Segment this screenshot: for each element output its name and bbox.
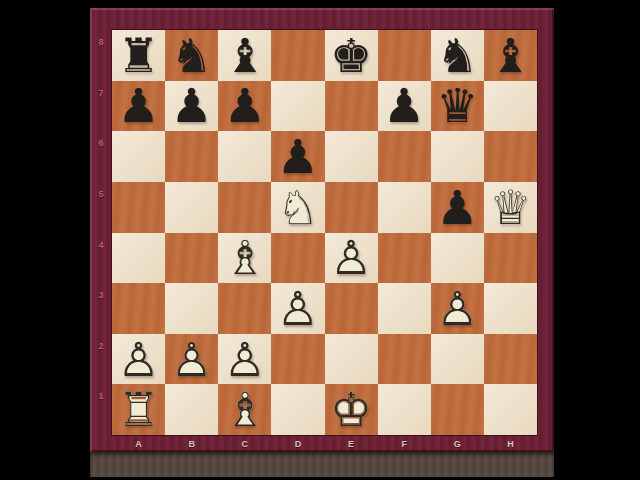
square-b8[interactable]: ♞ [165,30,218,81]
square-f2[interactable] [378,334,431,385]
square-c3[interactable] [218,283,271,334]
square-b6[interactable] [165,131,218,182]
piece-white-pawn-d3[interactable]: ♟♙ [271,283,324,334]
piece-white-rook-a1[interactable]: ♜♖ [112,384,165,435]
square-a1[interactable]: ♜♖ [112,384,165,435]
square-f1[interactable] [378,384,431,435]
square-h1[interactable] [484,384,537,435]
square-e6[interactable] [325,131,378,182]
square-e4[interactable]: ♟♙ [325,233,378,284]
piece-outline-glyph: ♗ [224,386,266,433]
piece-black-king-e8[interactable]: ♚ [325,30,378,81]
file-label-f: F [378,435,431,452]
piece-black-knight-g8[interactable]: ♞ [431,30,484,81]
square-c6[interactable] [218,131,271,182]
rank-label-3: 3 [90,283,112,334]
square-d1[interactable] [271,384,324,435]
file-label-a: A [112,435,165,452]
piece-black-queen-g7[interactable]: ♛ [431,81,484,132]
square-d4[interactable] [271,233,324,284]
piece-outline-glyph: ♙ [224,336,266,383]
square-d7[interactable] [271,81,324,132]
piece-black-pawn-d6[interactable]: ♟ [271,131,324,182]
file-label-e: E [325,435,378,452]
rank-label-7: 7 [90,81,112,132]
square-b4[interactable] [165,233,218,284]
piece-white-queen-h5[interactable]: ♛♕ [484,182,537,233]
piece-black-bishop-h8[interactable]: ♝ [484,30,537,81]
chessboard-assembly: 87654321 ABCDEFGH ♜♞♝♚♞♝♟♟♟♟♛♟♞♘♟♛♕♝♗♟♙♟… [90,8,554,477]
square-d8[interactable] [271,30,324,81]
square-f4[interactable] [378,233,431,284]
square-f7[interactable]: ♟ [378,81,431,132]
piece-black-knight-b8[interactable]: ♞ [165,30,218,81]
square-g1[interactable] [431,384,484,435]
rank-label-8: 8 [90,30,112,81]
square-g4[interactable] [431,233,484,284]
square-b5[interactable] [165,182,218,233]
square-e7[interactable] [325,81,378,132]
piece-white-bishop-c4[interactable]: ♝♗ [218,233,271,284]
square-a5[interactable] [112,182,165,233]
file-labels: ABCDEFGH [112,435,537,452]
piece-black-pawn-g5[interactable]: ♟ [431,182,484,233]
piece-white-pawn-g3[interactable]: ♟♙ [431,283,484,334]
chess-board: ♜♞♝♚♞♝♟♟♟♟♛♟♞♘♟♛♕♝♗♟♙♟♙♟♙♟♙♟♙♟♙♜♖♝♗♚♔ [112,30,537,435]
rank-label-1: 1 [90,384,112,435]
square-a4[interactable] [112,233,165,284]
square-g6[interactable] [431,131,484,182]
piece-black-pawn-b7[interactable]: ♟ [165,81,218,132]
square-b7[interactable]: ♟ [165,81,218,132]
file-label-h: H [484,435,537,452]
piece-outline-glyph: ♙ [436,285,478,332]
square-c2[interactable]: ♟♙ [218,334,271,385]
square-b2[interactable]: ♟♙ [165,334,218,385]
square-h2[interactable] [484,334,537,385]
video-frame: { "game": "chess", "position": { "fen": … [0,0,640,480]
square-d5[interactable]: ♞♘ [271,182,324,233]
piece-black-pawn-f7[interactable]: ♟ [378,81,431,132]
square-h3[interactable] [484,283,537,334]
piece-black-pawn-a7[interactable]: ♟ [112,81,165,132]
file-label-c: C [218,435,271,452]
piece-outline-glyph: ♘ [277,184,319,231]
rank-label-4: 4 [90,233,112,284]
square-c1[interactable]: ♝♗ [218,384,271,435]
piece-outline-glyph: ♔ [330,386,372,433]
square-h5[interactable]: ♛♕ [484,182,537,233]
square-g5[interactable]: ♟ [431,182,484,233]
square-a2[interactable]: ♟♙ [112,334,165,385]
square-c4[interactable]: ♝♗ [218,233,271,284]
piece-white-bishop-c1[interactable]: ♝♗ [218,384,271,435]
piece-outline-glyph: ♙ [277,285,319,332]
square-f8[interactable] [378,30,431,81]
file-label-d: D [271,435,324,452]
square-d2[interactable] [271,334,324,385]
table-surface [90,452,554,477]
square-e3[interactable] [325,283,378,334]
square-g7[interactable]: ♛ [431,81,484,132]
square-e2[interactable] [325,334,378,385]
square-a6[interactable] [112,131,165,182]
square-e8[interactable]: ♚ [325,30,378,81]
rank-label-5: 5 [90,182,112,233]
piece-white-king-e1[interactable]: ♚♔ [325,384,378,435]
square-a3[interactable] [112,283,165,334]
piece-black-rook-a8[interactable]: ♜ [112,30,165,81]
rank-labels: 87654321 [90,30,112,435]
square-f5[interactable] [378,182,431,233]
square-h4[interactable] [484,233,537,284]
piece-outline-glyph: ♙ [330,234,372,281]
piece-white-pawn-b2[interactable]: ♟♙ [165,334,218,385]
piece-black-bishop-c8[interactable]: ♝ [218,30,271,81]
file-label-g: G [431,435,484,452]
piece-white-pawn-e4[interactable]: ♟♙ [325,233,378,284]
piece-outline-glyph: ♙ [117,336,159,383]
rank-label-2: 2 [90,334,112,385]
piece-white-pawn-a2[interactable]: ♟♙ [112,334,165,385]
square-c5[interactable] [218,182,271,233]
square-d6[interactable]: ♟ [271,131,324,182]
piece-black-pawn-c7[interactable]: ♟ [218,81,271,132]
square-f3[interactable] [378,283,431,334]
square-a8[interactable]: ♜ [112,30,165,81]
square-d3[interactable]: ♟♙ [271,283,324,334]
square-c7[interactable]: ♟ [218,81,271,132]
piece-white-knight-d5[interactable]: ♞♘ [271,182,324,233]
square-g8[interactable]: ♞ [431,30,484,81]
square-c8[interactable]: ♝ [218,30,271,81]
rank-label-6: 6 [90,131,112,182]
square-e1[interactable]: ♚♔ [325,384,378,435]
square-h6[interactable] [484,131,537,182]
square-g2[interactable] [431,334,484,385]
square-b1[interactable] [165,384,218,435]
square-f6[interactable] [378,131,431,182]
file-label-b: B [165,435,218,452]
square-e5[interactable] [325,182,378,233]
piece-outline-glyph: ♙ [171,336,213,383]
piece-outline-glyph: ♖ [117,386,159,433]
square-g3[interactable]: ♟♙ [431,283,484,334]
piece-outline-glyph: ♕ [489,184,531,231]
piece-white-pawn-c2[interactable]: ♟♙ [218,334,271,385]
piece-outline-glyph: ♗ [224,234,266,281]
square-h7[interactable] [484,81,537,132]
square-b3[interactable] [165,283,218,334]
square-h8[interactable]: ♝ [484,30,537,81]
square-a7[interactable]: ♟ [112,81,165,132]
